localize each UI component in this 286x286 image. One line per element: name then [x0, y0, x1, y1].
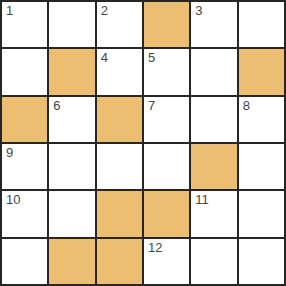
cell-r1c2[interactable]: 4	[97, 49, 142, 94]
cell-r0c0[interactable]: 1	[2, 2, 47, 47]
cell-r3c2[interactable]	[97, 144, 142, 189]
clue-number-9: 9	[6, 145, 13, 160]
cell-r3c1[interactable]	[49, 144, 94, 189]
crossword-board: 123456789101112	[0, 0, 286, 286]
cell-r5c4[interactable]	[191, 239, 236, 284]
clue-number-7: 7	[148, 98, 155, 113]
cell-r5c0[interactable]	[2, 239, 47, 284]
cell-r0c1[interactable]	[49, 2, 94, 47]
cell-r2c4[interactable]	[191, 97, 236, 142]
cell-r1c1-blocked	[49, 49, 94, 94]
clue-number-5: 5	[148, 50, 155, 65]
cell-r4c0[interactable]: 10	[2, 191, 47, 236]
cell-r2c3[interactable]: 7	[144, 97, 189, 142]
clue-number-12: 12	[148, 240, 162, 255]
cell-r2c2-blocked	[97, 97, 142, 142]
cell-r5c1-blocked	[49, 239, 94, 284]
clue-number-8: 8	[243, 98, 250, 113]
cell-r4c4[interactable]: 11	[191, 191, 236, 236]
cell-r1c0[interactable]	[2, 49, 47, 94]
cell-r1c3[interactable]: 5	[144, 49, 189, 94]
cell-r4c5[interactable]	[239, 191, 284, 236]
cell-r1c5-blocked	[239, 49, 284, 94]
cell-r5c3[interactable]: 12	[144, 239, 189, 284]
clue-number-4: 4	[101, 50, 108, 65]
cell-r0c3-blocked	[144, 2, 189, 47]
cell-r0c2[interactable]: 2	[97, 2, 142, 47]
cell-r5c5[interactable]	[239, 239, 284, 284]
cell-r2c5[interactable]: 8	[239, 97, 284, 142]
cell-r5c2-blocked	[97, 239, 142, 284]
cell-r2c0-blocked	[2, 97, 47, 142]
cell-r3c5[interactable]	[239, 144, 284, 189]
cell-r0c5[interactable]	[239, 2, 284, 47]
cell-r3c4-blocked	[191, 144, 236, 189]
cell-r3c0[interactable]: 9	[2, 144, 47, 189]
cell-r4c3-blocked	[144, 191, 189, 236]
cell-r3c3[interactable]	[144, 144, 189, 189]
clue-number-11: 11	[195, 192, 209, 207]
cell-r4c2-blocked	[97, 191, 142, 236]
cell-r0c4[interactable]: 3	[191, 2, 236, 47]
clue-number-10: 10	[6, 192, 20, 207]
clue-number-1: 1	[6, 3, 13, 18]
cell-r4c1[interactable]	[49, 191, 94, 236]
clue-number-3: 3	[195, 3, 202, 18]
cell-r2c1[interactable]: 6	[49, 97, 94, 142]
cell-r1c4[interactable]	[191, 49, 236, 94]
clue-number-6: 6	[53, 98, 60, 113]
clue-number-2: 2	[101, 3, 108, 18]
